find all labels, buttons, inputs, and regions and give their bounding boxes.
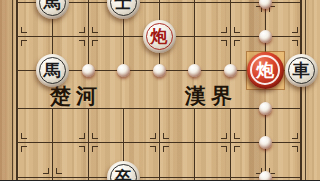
piece-black-chariot[interactable]: 車	[285, 54, 318, 87]
piece-character: 炮	[256, 61, 274, 79]
piece-character: 馬	[44, 62, 61, 79]
piece-red-cannon-b[interactable]: 炮	[247, 52, 284, 89]
piece-red-cannon-a[interactable]: 炮	[143, 20, 176, 53]
piece-black-horse-a[interactable]: 馬	[36, 0, 69, 19]
piece-black-soldier[interactable]: 卒	[107, 161, 140, 181]
piece-character: 炮	[151, 28, 168, 45]
piece-character: 車	[293, 62, 310, 79]
pieces-layer: 馬士炮馬炮車卒	[0, 0, 320, 180]
piece-character: 馬	[44, 0, 61, 11]
piece-black-horse-b[interactable]: 馬	[36, 54, 69, 87]
piece-black-advisor[interactable]: 士	[107, 0, 140, 19]
xiangqi-board[interactable]: 楚河 漢界 馬士炮馬炮車卒	[0, 0, 320, 180]
piece-character: 卒	[115, 169, 132, 181]
piece-character: 士	[115, 0, 132, 11]
app-window: 楚河 漢界 馬士炮馬炮車卒	[0, 0, 320, 180]
